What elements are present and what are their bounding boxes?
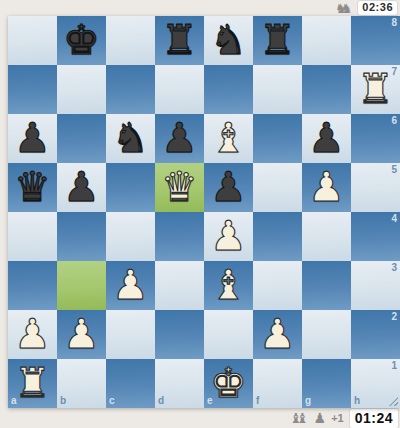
rank-label-1: 1 [391,361,397,371]
square-d3[interactable] [155,261,204,310]
square-f7[interactable] [253,65,302,114]
captured-bishop-icon: ♝ [296,411,309,425]
white-captured-pieces: ♝♝♟ [289,411,326,425]
square-h2[interactable]: 2 [351,310,400,359]
square-d6[interactable]: ♟ [155,114,204,163]
square-g1[interactable]: g [302,359,351,408]
square-f5[interactable] [253,163,302,212]
square-a2[interactable]: ♟ [8,310,57,359]
square-f3[interactable] [253,261,302,310]
black-queen[interactable]: ♛ [8,163,57,212]
chess-game-screen: ♞♞ 02:36 ♚♜♞♜87♜♟♞♟♝♟6♛♟♛♟♟5♟4♟♝3♟♟♟2a♜b… [0,0,400,428]
square-e5[interactable]: ♟ [204,163,253,212]
black-clock: 02:36 [357,0,398,16]
material-advantage: +1 [331,413,344,424]
square-f6[interactable] [253,114,302,163]
square-e6[interactable]: ♝ [204,114,253,163]
square-b5[interactable]: ♟ [57,163,106,212]
black-king[interactable]: ♚ [57,16,106,65]
square-g3[interactable] [302,261,351,310]
square-h1[interactable]: h1 [351,359,400,408]
white-clock: 01:24 [349,408,399,428]
square-h7[interactable]: 7♜ [351,65,400,114]
square-f8[interactable]: ♜ [253,16,302,65]
black-pawn[interactable]: ♟ [204,163,253,212]
file-label-b: b [60,396,66,406]
square-d1[interactable]: d [155,359,204,408]
square-c4[interactable] [106,212,155,261]
rank-label-3: 3 [391,263,397,273]
square-a4[interactable] [8,212,57,261]
square-a8[interactable] [8,16,57,65]
square-h4[interactable]: 4 [351,212,400,261]
white-bishop[interactable]: ♝ [204,261,253,310]
black-rook[interactable]: ♜ [253,16,302,65]
rank-label-6: 6 [391,116,397,126]
chess-board[interactable]: ♚♜♞♜87♜♟♞♟♝♟6♛♟♛♟♟5♟4♟♝3♟♟♟2a♜bcde♚fgh1 [8,16,400,408]
white-pawn[interactable]: ♟ [8,310,57,359]
square-g4[interactable] [302,212,351,261]
square-d4[interactable] [155,212,204,261]
square-g2[interactable] [302,310,351,359]
square-b1[interactable]: b [57,359,106,408]
square-e1[interactable]: e♚ [204,359,253,408]
black-knight[interactable]: ♞ [106,114,155,163]
square-d8[interactable]: ♜ [155,16,204,65]
square-a5[interactable]: ♛ [8,163,57,212]
square-g5[interactable]: ♟ [302,163,351,212]
square-a3[interactable] [8,261,57,310]
square-h6[interactable]: 6 [351,114,400,163]
square-h5[interactable]: 5 [351,163,400,212]
file-label-d: d [158,396,164,406]
square-c1[interactable]: c [106,359,155,408]
square-d5[interactable]: ♛ [155,163,204,212]
captured-knight-icon: ♞ [341,2,353,15]
rank-label-4: 4 [391,214,397,224]
white-queen[interactable]: ♛ [155,163,204,212]
square-c7[interactable] [106,65,155,114]
square-g7[interactable] [302,65,351,114]
square-c6[interactable]: ♞ [106,114,155,163]
square-a6[interactable]: ♟ [8,114,57,163]
square-a7[interactable] [8,65,57,114]
square-g6[interactable]: ♟ [302,114,351,163]
square-b7[interactable] [57,65,106,114]
file-label-g: g [305,396,311,406]
square-e4[interactable]: ♟ [204,212,253,261]
square-c2[interactable] [106,310,155,359]
square-e3[interactable]: ♝ [204,261,253,310]
square-b4[interactable] [57,212,106,261]
square-c5[interactable] [106,163,155,212]
square-a1[interactable]: a♜ [8,359,57,408]
rank-label-8: 8 [391,18,397,28]
square-b3[interactable] [57,261,106,310]
black-captured-pieces: ♞♞ [335,2,352,15]
white-pawn[interactable]: ♟ [302,163,351,212]
black-knight[interactable]: ♞ [204,16,253,65]
white-rook[interactable]: ♜ [8,359,57,408]
white-pawn[interactable]: ♟ [204,212,253,261]
square-c3[interactable]: ♟ [106,261,155,310]
white-rook[interactable]: ♜ [351,65,400,114]
white-pawn[interactable]: ♟ [57,310,106,359]
square-d2[interactable] [155,310,204,359]
file-label-f: f [256,396,259,406]
square-f1[interactable]: f [253,359,302,408]
black-pawn[interactable]: ♟ [302,114,351,163]
square-e7[interactable] [204,65,253,114]
square-h8[interactable]: 8 [351,16,400,65]
square-b8[interactable]: ♚ [57,16,106,65]
white-pawn[interactable]: ♟ [253,310,302,359]
black-pawn[interactable]: ♟ [8,114,57,163]
black-pawn[interactable]: ♟ [155,114,204,163]
square-g8[interactable] [302,16,351,65]
player-bar: ♝♝♟ +1 01:24 [0,408,400,428]
file-label-c: c [109,396,115,406]
opponent-bar: ♞♞ 02:36 [0,0,400,16]
square-h3[interactable]: 3 [351,261,400,310]
square-f4[interactable] [253,212,302,261]
square-d7[interactable] [155,65,204,114]
square-b2[interactable]: ♟ [57,310,106,359]
rank-label-2: 2 [391,312,397,322]
square-f2[interactable]: ♟ [253,310,302,359]
white-pawn[interactable]: ♟ [106,261,155,310]
square-b6[interactable] [57,114,106,163]
rank-label-5: 5 [391,165,397,175]
square-e8[interactable]: ♞ [204,16,253,65]
square-c8[interactable] [106,16,155,65]
black-pawn[interactable]: ♟ [57,163,106,212]
captured-pawn-icon: ♟ [314,411,327,425]
black-rook[interactable]: ♜ [155,16,204,65]
white-bishop[interactable]: ♝ [204,114,253,163]
square-e2[interactable] [204,310,253,359]
white-king[interactable]: ♚ [204,359,253,408]
file-label-h: h [354,396,360,406]
